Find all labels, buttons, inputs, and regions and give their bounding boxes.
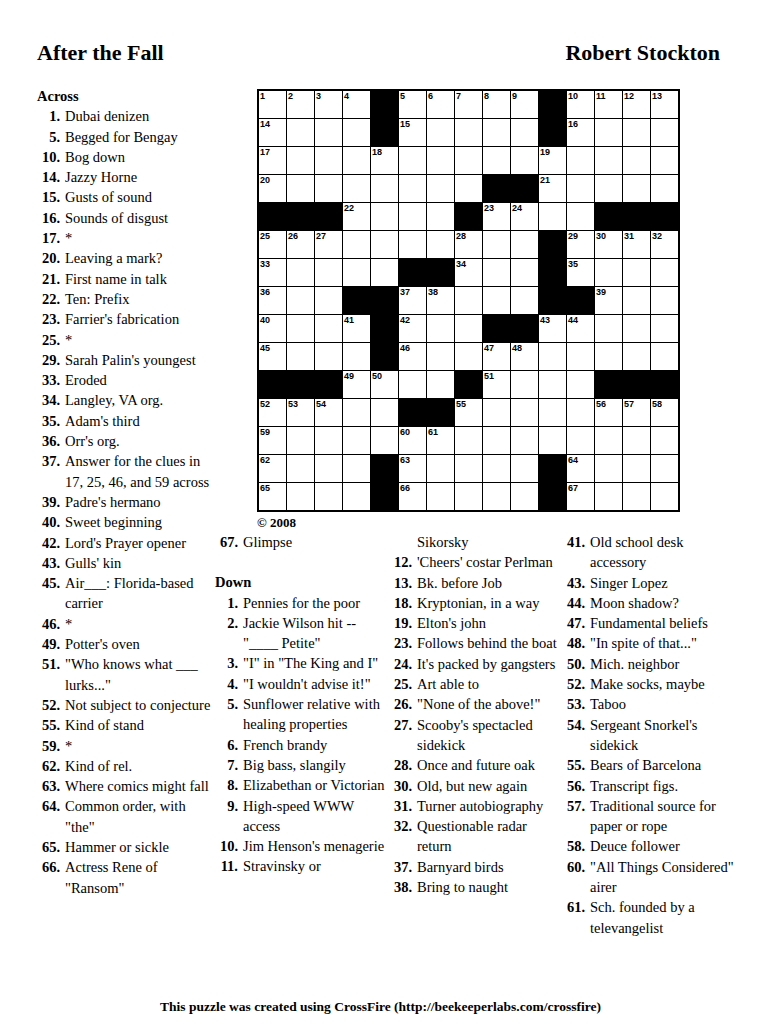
grid-cell[interactable]: [595, 343, 622, 370]
grid-cell[interactable]: [623, 455, 650, 482]
clue-text: Sergeant Snorkel's sidekick: [590, 715, 734, 756]
grid-cell[interactable]: 37: [399, 287, 426, 314]
grid-cell[interactable]: 40: [259, 315, 286, 342]
cell-number: 13: [652, 91, 662, 102]
grid-cell[interactable]: [287, 455, 314, 482]
grid-cell[interactable]: 51: [483, 371, 510, 398]
grid-cell[interactable]: 17: [259, 147, 286, 174]
clue-item: 10.Bog down: [37, 147, 215, 167]
clue-item: 54.Sergeant Snorkel's sidekick: [562, 715, 734, 756]
grid-cell[interactable]: [455, 147, 482, 174]
grid-cell[interactable]: [315, 287, 342, 314]
grid-cell[interactable]: [651, 315, 678, 342]
clue-number: 22.: [37, 289, 65, 309]
grid-cell[interactable]: 44: [567, 315, 594, 342]
grid-cell[interactable]: 19: [539, 147, 566, 174]
grid-cell[interactable]: 15: [399, 119, 426, 146]
down-clues-column-1: 67.GlimpseDown1.Pennies for the poor2.Ja…: [215, 532, 387, 877]
grid-cell[interactable]: [315, 259, 342, 286]
clue-item: 26."None of the above!": [389, 694, 561, 714]
across-clues-column: Across1.Dubai denizen5.Begged for Bengay…: [37, 86, 215, 898]
grid-cell[interactable]: [651, 455, 678, 482]
grid-cell[interactable]: 60: [399, 427, 426, 454]
grid-cell[interactable]: [511, 399, 538, 426]
grid-cell[interactable]: [623, 315, 650, 342]
grid-cell[interactable]: [287, 259, 314, 286]
grid-cell[interactable]: [623, 175, 650, 202]
grid-cell[interactable]: 35: [567, 259, 594, 286]
clue-item: 25.*: [37, 330, 215, 350]
clue-text: Adam's third: [65, 411, 215, 431]
grid-cell[interactable]: [427, 147, 454, 174]
clue-text: Old, but new again: [417, 776, 561, 796]
grid-cell[interactable]: [595, 455, 622, 482]
grid-cell[interactable]: [483, 399, 510, 426]
clue-text: Eroded: [65, 370, 215, 390]
clue-item: 29.Sarah Palin's youngest: [37, 350, 215, 370]
grid-cell[interactable]: [483, 287, 510, 314]
grid-cell[interactable]: [567, 175, 594, 202]
clue-number: 40.: [37, 512, 65, 532]
clue-number: 50.: [562, 654, 590, 674]
clue-number: 33.: [37, 370, 65, 390]
clue-text: Singer Lopez: [590, 573, 734, 593]
clue-number: 67.: [215, 532, 243, 552]
grid-cell[interactable]: 8: [483, 91, 510, 118]
clue-number: 38.: [389, 877, 417, 897]
cell-number: 7: [456, 91, 461, 102]
grid-cell[interactable]: [483, 147, 510, 174]
clue-item: 30.Old, but new again: [389, 776, 561, 796]
cell-number: 16: [568, 119, 578, 130]
grid-cell[interactable]: [343, 259, 370, 286]
grid-cell[interactable]: [623, 343, 650, 370]
grid-cell[interactable]: 16: [567, 119, 594, 146]
grid-cell[interactable]: [427, 231, 454, 258]
clue-text: Fundamental beliefs: [590, 613, 734, 633]
grid-cell[interactable]: 7: [455, 91, 482, 118]
grid-cell[interactable]: 4: [343, 91, 370, 118]
clue-text: Gulls' kin: [65, 553, 215, 573]
grid-cell[interactable]: 21: [539, 175, 566, 202]
grid-cell[interactable]: [287, 119, 314, 146]
grid-cell[interactable]: [567, 203, 594, 230]
clue-item: 23.Follows behind the boat: [389, 633, 561, 653]
grid-cell[interactable]: 66: [399, 483, 426, 510]
cell-number: 59: [260, 427, 270, 438]
grid-cell[interactable]: 49: [343, 371, 370, 398]
grid-cell[interactable]: 53: [287, 399, 314, 426]
grid-cell[interactable]: [567, 343, 594, 370]
grid-cell[interactable]: 43: [539, 315, 566, 342]
clue-number: 37.: [37, 451, 65, 492]
clue-item: 51."Who knows what ___ lurks...": [37, 654, 215, 695]
clue-number: 5.: [37, 127, 65, 147]
grid-cell[interactable]: 38: [427, 287, 454, 314]
clue-text: Langley, VA org.: [65, 390, 215, 410]
grid-cell[interactable]: [539, 203, 566, 230]
cell-number: 1: [260, 91, 265, 102]
grid-cell[interactable]: 52: [259, 399, 286, 426]
grid-cell[interactable]: [427, 119, 454, 146]
grid-cell[interactable]: [315, 343, 342, 370]
grid-cell[interactable]: [455, 427, 482, 454]
clue-item: 1.Pennies for the poor: [215, 593, 387, 613]
grid-cell[interactable]: [427, 343, 454, 370]
grid-cell[interactable]: [371, 399, 398, 426]
grid-cell[interactable]: 18: [371, 147, 398, 174]
clue-number: 10.: [215, 836, 243, 856]
grid-cell[interactable]: [483, 455, 510, 482]
grid-cell[interactable]: 6: [427, 91, 454, 118]
grid-cell[interactable]: 67: [567, 483, 594, 510]
black-cell: [371, 119, 398, 146]
grid-cell[interactable]: [511, 287, 538, 314]
grid-cell[interactable]: [315, 147, 342, 174]
grid-cell[interactable]: 46: [399, 343, 426, 370]
grid-cell[interactable]: 14: [259, 119, 286, 146]
black-cell: [371, 343, 398, 370]
clue-text: Not subject to conjecture: [65, 695, 215, 715]
grid-cell[interactable]: [287, 147, 314, 174]
grid-cell[interactable]: [483, 231, 510, 258]
clue-text: Traditional source for paper or rope: [590, 796, 734, 837]
grid-cell[interactable]: [483, 259, 510, 286]
grid-cell[interactable]: [651, 259, 678, 286]
clue-text: Questionable radar return: [417, 816, 561, 857]
grid-cell[interactable]: [371, 231, 398, 258]
grid-cell[interactable]: 28: [455, 231, 482, 258]
crossword-page: After the Fall Robert Stockton Across1.D…: [0, 0, 761, 1024]
clue-text: Old school desk accessory: [590, 532, 734, 573]
grid-cell[interactable]: [343, 399, 370, 426]
clue-text: Air___: Florida-based carrier: [65, 573, 215, 614]
clue-item: 55.Bears of Barcelona: [562, 755, 734, 775]
grid-cell[interactable]: [595, 175, 622, 202]
grid-cell[interactable]: 50: [371, 371, 398, 398]
grid-cell[interactable]: 47: [483, 343, 510, 370]
clue-number: 31.: [389, 796, 417, 816]
grid-cell[interactable]: 2: [287, 91, 314, 118]
grid-cell[interactable]: [623, 259, 650, 286]
clue-number: 18.: [389, 593, 417, 613]
clue-item: 17.*: [37, 228, 215, 248]
grid-cell[interactable]: [399, 203, 426, 230]
cell-number: 23: [484, 203, 494, 214]
clue-item: 36.Orr's org.: [37, 431, 215, 451]
grid-cell[interactable]: 63: [399, 455, 426, 482]
clue-number: 52.: [37, 695, 65, 715]
grid-cell[interactable]: 65: [259, 483, 286, 510]
grid-cell[interactable]: 11: [595, 91, 622, 118]
clue-number: 65.: [37, 837, 65, 857]
clue-item: 52.Make socks, maybe: [562, 674, 734, 694]
grid-cell[interactable]: [371, 427, 398, 454]
clue-number: 11.: [215, 856, 243, 876]
grid-cell[interactable]: [455, 175, 482, 202]
grid-cell[interactable]: 9: [511, 91, 538, 118]
grid-cell[interactable]: 1: [259, 91, 286, 118]
clue-number: 10.: [37, 147, 65, 167]
grid-cell[interactable]: [539, 399, 566, 426]
grid-cell[interactable]: [399, 147, 426, 174]
clue-number: 8.: [215, 775, 243, 795]
grid-cell[interactable]: [399, 231, 426, 258]
clue-number: 36.: [37, 431, 65, 451]
clue-item: 40.Sweet beginning: [37, 512, 215, 532]
grid-cell[interactable]: [287, 343, 314, 370]
grid-cell[interactable]: [539, 427, 566, 454]
grid-cell[interactable]: [315, 315, 342, 342]
clue-text: Deuce follower: [590, 836, 734, 856]
black-cell: [455, 203, 482, 230]
clue-item: 3."I" in "The King and I": [215, 653, 387, 673]
grid-cell[interactable]: [455, 343, 482, 370]
grid-cell[interactable]: [315, 119, 342, 146]
clue-text: Moon shadow?: [590, 593, 734, 613]
clue-number: 20.: [37, 248, 65, 268]
grid-cell[interactable]: [511, 371, 538, 398]
grid-cell[interactable]: [455, 315, 482, 342]
grid-cell[interactable]: [315, 483, 342, 510]
grid-cell[interactable]: 57: [623, 399, 650, 426]
grid-cell[interactable]: [483, 119, 510, 146]
grid-cell[interactable]: 5: [399, 91, 426, 118]
grid-cell[interactable]: [427, 315, 454, 342]
grid-cell[interactable]: 13: [651, 91, 678, 118]
grid-cell[interactable]: [315, 427, 342, 454]
grid-cell[interactable]: 64: [567, 455, 594, 482]
grid-cell[interactable]: 32: [651, 231, 678, 258]
grid-cell[interactable]: [371, 259, 398, 286]
black-cell: [595, 203, 622, 230]
clue-number: 30.: [389, 776, 417, 796]
grid-cell[interactable]: [567, 427, 594, 454]
cell-number: 63: [400, 455, 410, 466]
grid-cell[interactable]: 56: [595, 399, 622, 426]
grid-cell[interactable]: [399, 175, 426, 202]
grid-cell[interactable]: 54: [315, 399, 342, 426]
grid-cell[interactable]: [287, 175, 314, 202]
grid-cell[interactable]: [427, 371, 454, 398]
clue-text: Pennies for the poor: [243, 593, 387, 613]
clue-number: 56.: [562, 776, 590, 796]
grid-cell[interactable]: [651, 483, 678, 510]
grid-cell[interactable]: [371, 203, 398, 230]
grid-cell[interactable]: [567, 399, 594, 426]
black-cell: [539, 91, 566, 118]
clue-number: 53.: [562, 694, 590, 714]
grid-cell[interactable]: [595, 315, 622, 342]
clue-number: 61.: [562, 897, 590, 938]
grid-cell[interactable]: 25: [259, 231, 286, 258]
grid-cell[interactable]: [455, 287, 482, 314]
clue-text: Hammer or sickle: [65, 837, 215, 857]
cell-number: 35: [568, 259, 578, 270]
grid-cell[interactable]: [567, 371, 594, 398]
cell-number: 29: [568, 231, 578, 242]
grid-cell[interactable]: 26: [287, 231, 314, 258]
grid-cell[interactable]: [455, 119, 482, 146]
grid-cell[interactable]: [651, 119, 678, 146]
clue-number: 43.: [37, 553, 65, 573]
grid-cell[interactable]: [483, 483, 510, 510]
clue-number: 14.: [37, 167, 65, 187]
cell-number: 31: [624, 231, 634, 242]
grid-cell[interactable]: [511, 455, 538, 482]
grid-cell[interactable]: [399, 371, 426, 398]
grid-cell[interactable]: [287, 483, 314, 510]
grid-cell[interactable]: 36: [259, 287, 286, 314]
grid-cell[interactable]: [623, 427, 650, 454]
grid-cell[interactable]: [511, 259, 538, 286]
clue-item: 66.Actress Rene of "Ransom": [37, 857, 215, 898]
cell-number: 64: [568, 455, 578, 466]
clue-text: Bog down: [65, 147, 215, 167]
grid-cell[interactable]: 20: [259, 175, 286, 202]
clue-number: 58.: [562, 836, 590, 856]
black-cell: [483, 315, 510, 342]
grid-cell[interactable]: 23: [483, 203, 510, 230]
clue-item: 32.Questionable radar return: [389, 816, 561, 857]
clue-item: 13.Bk. before Job: [389, 573, 561, 593]
grid-cell[interactable]: [595, 483, 622, 510]
cell-number: 55: [456, 399, 466, 410]
grid-cell[interactable]: [651, 175, 678, 202]
grid-cell[interactable]: [427, 175, 454, 202]
clue-number: 1.: [215, 593, 243, 613]
grid-cell[interactable]: [511, 483, 538, 510]
grid-cell[interactable]: 10: [567, 91, 594, 118]
grid-cell[interactable]: [343, 483, 370, 510]
grid-cell[interactable]: 48: [511, 343, 538, 370]
black-cell: [315, 203, 342, 230]
clue-text: Leaving a mark?: [65, 248, 215, 268]
grid-cell[interactable]: [343, 455, 370, 482]
cell-number: 28: [456, 231, 466, 242]
clue-text: Sunflower relative with healing properti…: [243, 694, 387, 735]
grid-cell[interactable]: [623, 147, 650, 174]
grid-cell[interactable]: [343, 175, 370, 202]
grid-cell[interactable]: 22: [343, 203, 370, 230]
grid-cell[interactable]: 55: [455, 399, 482, 426]
grid-cell[interactable]: [623, 483, 650, 510]
clue-number: 66.: [37, 857, 65, 898]
grid-cell[interactable]: 12: [623, 91, 650, 118]
grid-cell[interactable]: [623, 119, 650, 146]
grid-cell[interactable]: [371, 175, 398, 202]
black-cell: [539, 483, 566, 510]
grid-cell[interactable]: [315, 175, 342, 202]
grid-cell[interactable]: [595, 259, 622, 286]
black-cell: [371, 315, 398, 342]
grid-cell[interactable]: [595, 147, 622, 174]
clue-item: 55.Kind of stand: [37, 715, 215, 735]
clue-text: Elizabethan or Victorian: [243, 775, 387, 795]
grid-cell[interactable]: [539, 371, 566, 398]
grid-cell[interactable]: 31: [623, 231, 650, 258]
grid-cell[interactable]: [483, 427, 510, 454]
grid-cell[interactable]: 29: [567, 231, 594, 258]
grid-cell[interactable]: [343, 147, 370, 174]
grid-cell[interactable]: 33: [259, 259, 286, 286]
grid-cell[interactable]: 3: [315, 91, 342, 118]
grid-cell[interactable]: [343, 231, 370, 258]
grid-cell[interactable]: 62: [259, 455, 286, 482]
clue-number: 49.: [37, 634, 65, 654]
grid-cell[interactable]: [511, 147, 538, 174]
clue-item: 65.Hammer or sickle: [37, 837, 215, 857]
grid-cell[interactable]: [651, 343, 678, 370]
grid-cell[interactable]: [343, 427, 370, 454]
black-cell: [539, 287, 566, 314]
clue-item: 42.Lord's Prayer opener: [37, 533, 215, 553]
grid-cell[interactable]: 58: [651, 399, 678, 426]
cell-number: 52: [260, 399, 270, 410]
black-cell: [539, 455, 566, 482]
black-cell: [427, 399, 454, 426]
cell-number: 67: [568, 483, 578, 494]
grid-cell[interactable]: [511, 231, 538, 258]
grid-cell[interactable]: 42: [399, 315, 426, 342]
grid-cell[interactable]: [343, 343, 370, 370]
grid-cell[interactable]: [343, 119, 370, 146]
clue-item: 50.Mich. neighbor: [562, 654, 734, 674]
grid-cell[interactable]: [651, 427, 678, 454]
cell-number: 10: [568, 91, 578, 102]
grid-cell[interactable]: [567, 147, 594, 174]
grid-cell[interactable]: [315, 455, 342, 482]
grid-cell[interactable]: 34: [455, 259, 482, 286]
grid-cell[interactable]: [651, 147, 678, 174]
grid-cell[interactable]: 39: [595, 287, 622, 314]
grid-cell[interactable]: [651, 287, 678, 314]
black-cell: [371, 287, 398, 314]
clue-item: 1.Dubai denizen: [37, 106, 215, 126]
clue-number: 62.: [37, 756, 65, 776]
grid-cell[interactable]: [427, 455, 454, 482]
grid-cell[interactable]: 45: [259, 343, 286, 370]
clue-text: "I wouldn't advise it!": [243, 674, 387, 694]
grid-cell[interactable]: [287, 315, 314, 342]
grid-cell[interactable]: [427, 483, 454, 510]
grid-cell[interactable]: 41: [343, 315, 370, 342]
grid-cell[interactable]: [623, 287, 650, 314]
grid-cell[interactable]: 24: [511, 203, 538, 230]
grid-cell[interactable]: [595, 427, 622, 454]
clue-number: 37.: [389, 857, 417, 877]
grid-cell[interactable]: [511, 427, 538, 454]
grid-cell[interactable]: [287, 427, 314, 454]
grid-cell[interactable]: [455, 455, 482, 482]
grid-cell[interactable]: 27: [315, 231, 342, 258]
grid-cell[interactable]: 61: [427, 427, 454, 454]
clue-item: 25.Art able to: [389, 674, 561, 694]
grid-cell[interactable]: [287, 287, 314, 314]
grid-cell[interactable]: 30: [595, 231, 622, 258]
copyright-notice: © 2008: [257, 515, 680, 531]
cell-number: 9: [512, 91, 517, 102]
black-cell: [399, 259, 426, 286]
black-cell: [651, 371, 678, 398]
grid-cell[interactable]: [511, 119, 538, 146]
grid-cell[interactable]: [595, 119, 622, 146]
cell-number: 11: [596, 91, 606, 102]
grid-cell[interactable]: [427, 203, 454, 230]
grid-cell[interactable]: [539, 343, 566, 370]
grid-cell[interactable]: [455, 483, 482, 510]
grid-cell[interactable]: 59: [259, 427, 286, 454]
